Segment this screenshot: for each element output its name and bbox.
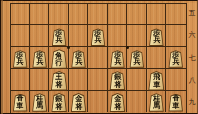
board-square-68[interactable] — [69, 69, 88, 91]
board-square-27[interactable] — [147, 47, 166, 69]
piece-kanji: 将 — [114, 103, 121, 111]
shogi-piece-lance-19[interactable]: 香車 — [168, 94, 183, 112]
shogi-piece-rook-28[interactable]: 飛車 — [148, 71, 165, 91]
piece-kanji: 車 — [17, 102, 24, 110]
piece-kanji: 馬 — [153, 102, 160, 110]
board-square-65[interactable] — [69, 4, 88, 26]
piece-kanji: 将 — [56, 103, 63, 111]
board-square-86[interactable] — [30, 25, 49, 47]
board-square-85[interactable] — [30, 4, 49, 26]
piece-face: 歩兵 — [150, 29, 163, 45]
piece-kanji: 兵 — [114, 58, 121, 66]
board-square-16[interactable] — [166, 25, 185, 47]
board-top-edge — [0, 0, 198, 1]
shogi-board: 歩兵歩兵歩兵歩兵歩兵角行歩兵歩兵歩兵歩兵王将銀将飛車香車桂馬銀将金将金将桂馬香車 — [10, 3, 187, 114]
board-square-39[interactable] — [127, 91, 146, 113]
piece-face: 銀将 — [110, 72, 124, 89]
piece-kanji: 兵 — [172, 58, 179, 66]
piece-kanji: 馬 — [36, 102, 43, 110]
piece-kanji: 車 — [153, 81, 160, 89]
rank-label-6: 六 — [187, 25, 197, 47]
piece-face: 歩兵 — [130, 51, 143, 67]
shogi-piece-pawn-26[interactable]: 歩兵 — [149, 28, 164, 46]
board-square-15[interactable] — [166, 4, 185, 26]
piece-face: 香車 — [169, 95, 182, 111]
board-square-66[interactable] — [69, 25, 88, 47]
board-square-59[interactable] — [88, 91, 107, 113]
piece-face: 歩兵 — [111, 51, 124, 67]
shogi-piece-pawn-47[interactable]: 歩兵 — [110, 50, 125, 68]
board-square-35[interactable] — [127, 4, 146, 26]
rank-label-7: 七 — [187, 47, 197, 69]
piece-kanji: 兵 — [153, 36, 160, 44]
shogi-piece-pawn-87[interactable]: 歩兵 — [32, 50, 47, 68]
board-square-96[interactable] — [11, 25, 30, 47]
shogi-piece-lance-99[interactable]: 香車 — [13, 94, 28, 112]
piece-face: 角行 — [52, 50, 67, 68]
piece-kanji: 兵 — [56, 36, 63, 44]
shogi-board-view: 歩兵歩兵歩兵歩兵歩兵角行歩兵歩兵歩兵歩兵王将銀将飛車香車桂馬銀将金将金将桂馬香車… — [0, 0, 198, 114]
board-left-edge-highlight — [1, 0, 3, 114]
board-right-edge — [197, 0, 198, 114]
board-square-55[interactable] — [88, 4, 107, 26]
board-square-57[interactable] — [88, 47, 107, 69]
rank-label-8: 八 — [187, 69, 197, 91]
board-square-95[interactable] — [11, 4, 30, 26]
piece-face: 歩兵 — [14, 51, 27, 67]
board-square-38[interactable] — [127, 69, 146, 91]
shogi-piece-knight-29[interactable]: 桂馬 — [149, 93, 165, 112]
piece-kanji: 兵 — [36, 58, 43, 66]
piece-face: 歩兵 — [33, 51, 46, 67]
piece-face: 歩兵 — [53, 29, 66, 45]
rank-label-9: 九 — [187, 91, 197, 113]
board-square-88[interactable] — [30, 69, 49, 91]
shogi-piece-silver-48[interactable]: 銀将 — [109, 71, 125, 90]
shogi-piece-knight-89[interactable]: 桂馬 — [32, 93, 48, 112]
board-square-36[interactable] — [127, 25, 146, 47]
star-point — [126, 46, 129, 49]
piece-kanji: 兵 — [17, 58, 24, 66]
piece-face: 桂馬 — [150, 94, 164, 111]
rank-label-strip: 五 六 七 八 九 — [187, 3, 197, 114]
piece-kanji: 将 — [114, 81, 121, 89]
shogi-piece-pawn-67[interactable]: 歩兵 — [71, 50, 86, 68]
piece-face: 歩兵 — [92, 29, 105, 45]
shogi-piece-pawn-97[interactable]: 歩兵 — [13, 50, 28, 68]
piece-face: 歩兵 — [169, 51, 182, 67]
shogi-piece-pawn-17[interactable]: 歩兵 — [168, 50, 183, 68]
board-square-75[interactable] — [49, 4, 68, 26]
shogi-piece-gold-69[interactable]: 金将 — [71, 93, 87, 112]
piece-kanji: 行 — [56, 59, 63, 67]
board-square-46[interactable] — [108, 25, 127, 47]
piece-face: 金将 — [110, 94, 124, 111]
piece-face: 金将 — [72, 94, 86, 111]
shogi-piece-pawn-76[interactable]: 歩兵 — [52, 28, 67, 46]
board-square-45[interactable] — [108, 4, 127, 26]
board-square-58[interactable] — [88, 69, 107, 91]
piece-face: 銀将 — [52, 94, 66, 111]
piece-kanji: 兵 — [75, 58, 82, 66]
piece-face: 飛車 — [149, 72, 164, 90]
piece-kanji: 車 — [172, 102, 179, 110]
shogi-piece-king-78[interactable]: 王将 — [51, 71, 68, 91]
board-square-25[interactable] — [147, 4, 166, 26]
piece-kanji: 兵 — [133, 58, 140, 66]
board-bottom-edge — [0, 113, 198, 114]
shogi-piece-gold-49[interactable]: 金将 — [109, 93, 125, 112]
piece-kanji: 将 — [56, 81, 63, 89]
piece-kanji: 兵 — [94, 36, 101, 44]
piece-face: 桂馬 — [33, 94, 47, 111]
piece-face: 王将 — [52, 72, 67, 90]
shogi-piece-bishop-77[interactable]: 角行 — [51, 49, 68, 69]
rank-label-5: 五 — [187, 3, 197, 25]
shogi-piece-pawn-37[interactable]: 歩兵 — [129, 50, 144, 68]
board-square-18[interactable] — [166, 69, 185, 91]
piece-face: 香車 — [14, 95, 27, 111]
shogi-piece-pawn-56[interactable]: 歩兵 — [91, 28, 106, 46]
shogi-piece-silver-79[interactable]: 銀将 — [51, 93, 67, 112]
piece-face: 歩兵 — [72, 51, 85, 67]
piece-kanji: 将 — [75, 103, 82, 111]
board-square-98[interactable] — [11, 69, 30, 91]
